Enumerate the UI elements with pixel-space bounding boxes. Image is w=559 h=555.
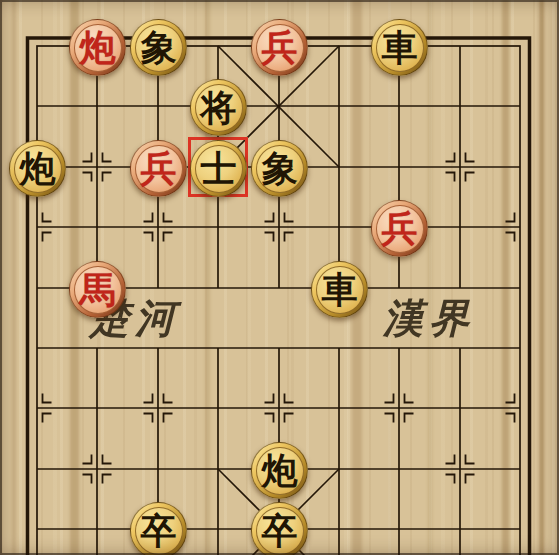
- piece-face: 卒: [256, 507, 304, 555]
- piece-black-pawn[interactable]: 卒: [251, 502, 308, 555]
- piece-character: 象: [141, 30, 177, 66]
- piece-character: 炮: [80, 30, 116, 66]
- piece-black-chariot[interactable]: 車: [371, 19, 428, 76]
- piece-face: 士: [195, 145, 243, 193]
- piece-face: 車: [316, 266, 364, 314]
- piece-character: 卒: [262, 513, 298, 549]
- piece-black-general[interactable]: 将: [190, 79, 247, 136]
- piece-character: 炮: [262, 453, 298, 489]
- piece-character: 馬: [80, 272, 116, 308]
- piece-face: 象: [135, 24, 183, 72]
- piece-black-elephant[interactable]: 象: [251, 140, 308, 197]
- piece-character: 炮: [20, 151, 56, 187]
- piece-black-cannon[interactable]: 炮: [251, 442, 308, 499]
- piece-face: 車: [376, 24, 424, 72]
- piece-red-horse[interactable]: 馬: [69, 261, 126, 318]
- piece-character: 車: [322, 272, 358, 308]
- piece-face: 炮: [256, 447, 304, 495]
- piece-character: 兵: [141, 151, 177, 187]
- piece-black-advisor[interactable]: 士: [190, 140, 247, 197]
- piece-face: 兵: [376, 205, 424, 253]
- piece-face: 卒: [135, 507, 183, 555]
- piece-character: 士: [201, 151, 237, 187]
- piece-red-pawn[interactable]: 兵: [251, 19, 308, 76]
- piece-character: 兵: [262, 30, 298, 66]
- piece-face: 象: [256, 145, 304, 193]
- piece-character: 将: [201, 90, 237, 126]
- piece-character: 卒: [141, 513, 177, 549]
- piece-face: 炮: [14, 145, 62, 193]
- piece-character: 兵: [382, 211, 418, 247]
- piece-black-pawn[interactable]: 卒: [130, 502, 187, 555]
- piece-black-elephant[interactable]: 象: [130, 19, 187, 76]
- piece-character: 車: [382, 30, 418, 66]
- piece-face: 将: [195, 84, 243, 132]
- piece-red-pawn[interactable]: 兵: [371, 200, 428, 257]
- piece-character: 象: [262, 151, 298, 187]
- piece-red-pawn[interactable]: 兵: [130, 140, 187, 197]
- piece-black-cannon[interactable]: 炮: [9, 140, 66, 197]
- xiangqi-board: 楚河 漢界 炮象兵車将炮兵士象兵馬車炮卒卒: [0, 0, 559, 555]
- piece-face: 兵: [256, 24, 304, 72]
- river-label-han: 漢界: [383, 291, 475, 346]
- piece-black-chariot[interactable]: 車: [311, 261, 368, 318]
- piece-face: 兵: [135, 145, 183, 193]
- piece-face: 馬: [74, 266, 122, 314]
- piece-red-cannon[interactable]: 炮: [69, 19, 126, 76]
- piece-face: 炮: [74, 24, 122, 72]
